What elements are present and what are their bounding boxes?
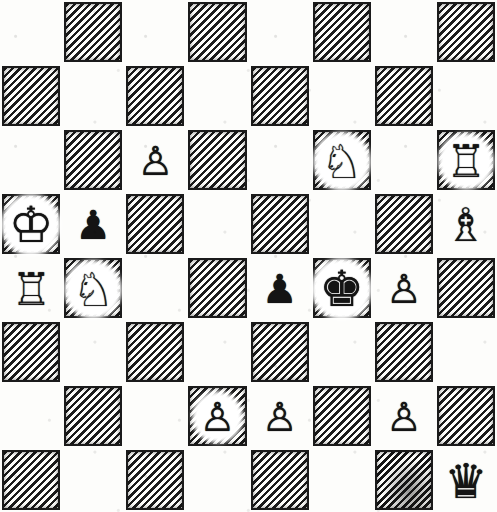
square-a8[interactable] [0,0,62,64]
square-f2[interactable] [311,384,373,448]
square-g4[interactable]: ♙ [373,256,435,320]
square-c2[interactable] [124,384,186,448]
square-e6[interactable] [249,128,311,192]
square-d2[interactable]: ♙ [186,384,248,448]
square-b6[interactable] [62,128,124,192]
white-pawn-d2: ♙ [197,396,239,438]
white-pawn-c6: ♙ [137,141,173,181]
square-f5[interactable] [311,192,373,256]
square-h4[interactable] [435,256,497,320]
square-e7[interactable] [249,64,311,128]
square-c3[interactable] [124,320,186,384]
square-e3[interactable] [249,320,311,384]
square-h7[interactable] [435,64,497,128]
square-a1[interactable] [0,448,62,512]
square-c1[interactable] [124,448,186,512]
chess-board: ♙♘♖♔♟♗♖♘♟♚♙♙♙♙♛ [0,0,497,512]
white-knight-f6: ♘ [318,137,366,186]
black-pawn-b5: ♟ [75,205,111,245]
square-d5[interactable] [186,192,248,256]
white-pawn-g2: ♙ [386,397,422,437]
square-f7[interactable] [311,64,373,128]
square-g8[interactable] [373,0,435,64]
square-b1[interactable] [62,448,124,512]
square-a3[interactable] [0,320,62,384]
square-c4[interactable] [124,256,186,320]
white-rook-h6: ♖ [443,138,489,185]
square-h1[interactable]: ♛ [435,448,497,512]
square-a4[interactable]: ♖ [0,256,62,320]
square-h5[interactable]: ♗ [435,192,497,256]
square-b3[interactable] [62,320,124,384]
square-h3[interactable] [435,320,497,384]
square-b8[interactable] [62,0,124,64]
black-queen-h1: ♛ [444,457,487,505]
white-knight-b4: ♘ [69,265,117,314]
square-f3[interactable] [311,320,373,384]
square-d4[interactable] [186,256,248,320]
square-b4[interactable]: ♘ [62,256,124,320]
square-b7[interactable] [62,64,124,128]
white-bishop-h5: ♗ [445,202,486,248]
square-b5[interactable]: ♟ [62,192,124,256]
square-d8[interactable] [186,0,248,64]
square-a2[interactable] [0,384,62,448]
square-b2[interactable] [62,384,124,448]
square-h8[interactable] [435,0,497,64]
white-pawn-g4: ♙ [386,269,422,309]
square-c5[interactable] [124,192,186,256]
white-rook-a4: ♖ [11,267,51,312]
square-e4[interactable]: ♟ [249,256,311,320]
square-a6[interactable] [0,128,62,192]
square-h6[interactable]: ♖ [435,128,497,192]
square-g7[interactable] [373,64,435,128]
chess-diagram: ♙♘♖♔♟♗♖♘♟♚♙♙♙♙♛ [0,0,497,512]
square-d6[interactable] [186,128,248,192]
square-d1[interactable] [186,448,248,512]
square-f1[interactable] [311,448,373,512]
square-c7[interactable] [124,64,186,128]
white-pawn-e2: ♙ [262,397,298,437]
square-f6[interactable]: ♘ [311,128,373,192]
square-h2[interactable] [435,384,497,448]
square-a7[interactable] [0,64,62,128]
square-e2[interactable]: ♙ [249,384,311,448]
black-king-f4: ♚ [316,263,367,315]
square-e5[interactable] [249,192,311,256]
square-d7[interactable] [186,64,248,128]
square-c8[interactable] [124,0,186,64]
square-e1[interactable] [249,448,311,512]
square-g6[interactable] [373,128,435,192]
square-c6[interactable]: ♙ [124,128,186,192]
square-f4[interactable]: ♚ [311,256,373,320]
square-g3[interactable] [373,320,435,384]
square-g2[interactable]: ♙ [373,384,435,448]
white-king-a5: ♔ [6,199,57,251]
square-g5[interactable] [373,192,435,256]
square-a5[interactable]: ♔ [0,192,62,256]
square-g1[interactable] [373,448,435,512]
square-d3[interactable] [186,320,248,384]
square-e8[interactable] [249,0,311,64]
black-pawn-e4: ♟ [262,269,298,309]
square-f8[interactable] [311,0,373,64]
